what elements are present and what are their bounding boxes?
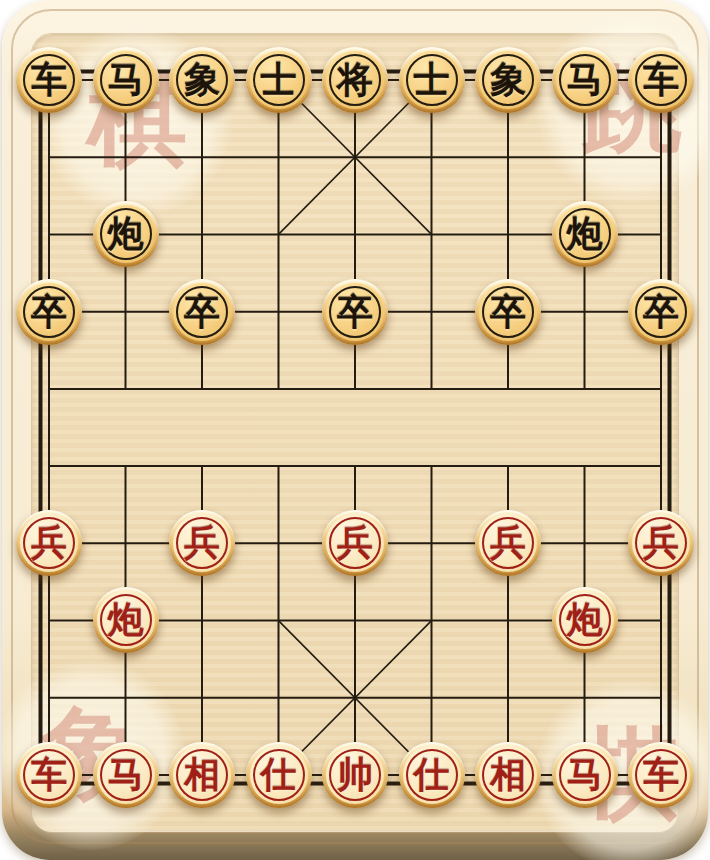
piece-glyph: 炮: [93, 587, 159, 653]
piece-red-chariot[interactable]: 车: [16, 742, 82, 808]
piece-glyph: 马: [552, 47, 618, 113]
piece-red-horse[interactable]: 马: [93, 742, 159, 808]
piece-glyph: 士: [399, 47, 465, 113]
piece-glyph: 兵: [16, 510, 82, 576]
piece-black-horse[interactable]: 马: [552, 47, 618, 113]
pieces-layer: 车马象士将士象马车炮炮卒卒卒卒卒兵兵兵兵兵炮炮车马相仕帅仕相马车: [11, 41, 700, 813]
piece-black-soldier[interactable]: 卒: [628, 279, 694, 345]
piece-black-chariot[interactable]: 车: [628, 47, 694, 113]
xiangqi-board: 棋跳象棋 车马象士将士象马车炮炮卒卒卒卒卒兵兵兵兵兵炮炮车马相仕帅仕相马车: [2, 0, 708, 860]
piece-black-elephant[interactable]: 象: [475, 47, 541, 113]
piece-glyph: 卒: [628, 279, 694, 345]
piece-red-soldier[interactable]: 兵: [169, 510, 235, 576]
piece-red-soldier[interactable]: 兵: [16, 510, 82, 576]
piece-black-soldier[interactable]: 卒: [169, 279, 235, 345]
xiangqi-app: 棋跳象棋 车马象士将士象马车炮炮卒卒卒卒卒兵兵兵兵兵炮炮车马相仕帅仕相马车: [0, 0, 710, 860]
piece-glyph: 帅: [322, 742, 388, 808]
piece-glyph: 兵: [169, 510, 235, 576]
piece-red-elephant[interactable]: 相: [475, 742, 541, 808]
piece-glyph: 炮: [552, 201, 618, 267]
piece-glyph: 卒: [322, 279, 388, 345]
piece-black-elephant[interactable]: 象: [169, 47, 235, 113]
piece-black-advisor[interactable]: 士: [246, 47, 312, 113]
piece-black-chariot[interactable]: 车: [16, 47, 82, 113]
piece-glyph: 兵: [322, 510, 388, 576]
piece-glyph: 仕: [246, 742, 312, 808]
piece-red-advisor[interactable]: 仕: [399, 742, 465, 808]
piece-black-advisor[interactable]: 士: [399, 47, 465, 113]
piece-glyph: 炮: [93, 201, 159, 267]
piece-glyph: 相: [169, 742, 235, 808]
piece-glyph: 将: [322, 47, 388, 113]
piece-glyph: 象: [169, 47, 235, 113]
piece-red-soldier[interactable]: 兵: [628, 510, 694, 576]
piece-glyph: 象: [475, 47, 541, 113]
piece-red-cannon[interactable]: 炮: [93, 587, 159, 653]
piece-glyph: 车: [628, 47, 694, 113]
piece-black-cannon[interactable]: 炮: [93, 201, 159, 267]
piece-black-soldier[interactable]: 卒: [16, 279, 82, 345]
piece-glyph: 卒: [16, 279, 82, 345]
piece-black-soldier[interactable]: 卒: [322, 279, 388, 345]
piece-glyph: 炮: [552, 587, 618, 653]
piece-glyph: 卒: [169, 279, 235, 345]
piece-black-cannon[interactable]: 炮: [552, 201, 618, 267]
piece-glyph: 兵: [628, 510, 694, 576]
piece-glyph: 车: [628, 742, 694, 808]
piece-red-soldier[interactable]: 兵: [322, 510, 388, 576]
piece-black-general[interactable]: 将: [322, 47, 388, 113]
piece-red-horse[interactable]: 马: [552, 742, 618, 808]
piece-red-cannon[interactable]: 炮: [552, 587, 618, 653]
piece-glyph: 相: [475, 742, 541, 808]
piece-glyph: 车: [16, 742, 82, 808]
piece-red-soldier[interactable]: 兵: [475, 510, 541, 576]
piece-glyph: 马: [93, 742, 159, 808]
piece-black-horse[interactable]: 马: [93, 47, 159, 113]
piece-glyph: 马: [93, 47, 159, 113]
piece-red-general[interactable]: 帅: [322, 742, 388, 808]
piece-red-chariot[interactable]: 车: [628, 742, 694, 808]
piece-glyph: 士: [246, 47, 312, 113]
piece-glyph: 马: [552, 742, 618, 808]
piece-red-advisor[interactable]: 仕: [246, 742, 312, 808]
piece-glyph: 仕: [399, 742, 465, 808]
piece-glyph: 兵: [475, 510, 541, 576]
piece-black-soldier[interactable]: 卒: [475, 279, 541, 345]
piece-glyph: 车: [16, 47, 82, 113]
piece-red-elephant[interactable]: 相: [169, 742, 235, 808]
piece-glyph: 卒: [475, 279, 541, 345]
